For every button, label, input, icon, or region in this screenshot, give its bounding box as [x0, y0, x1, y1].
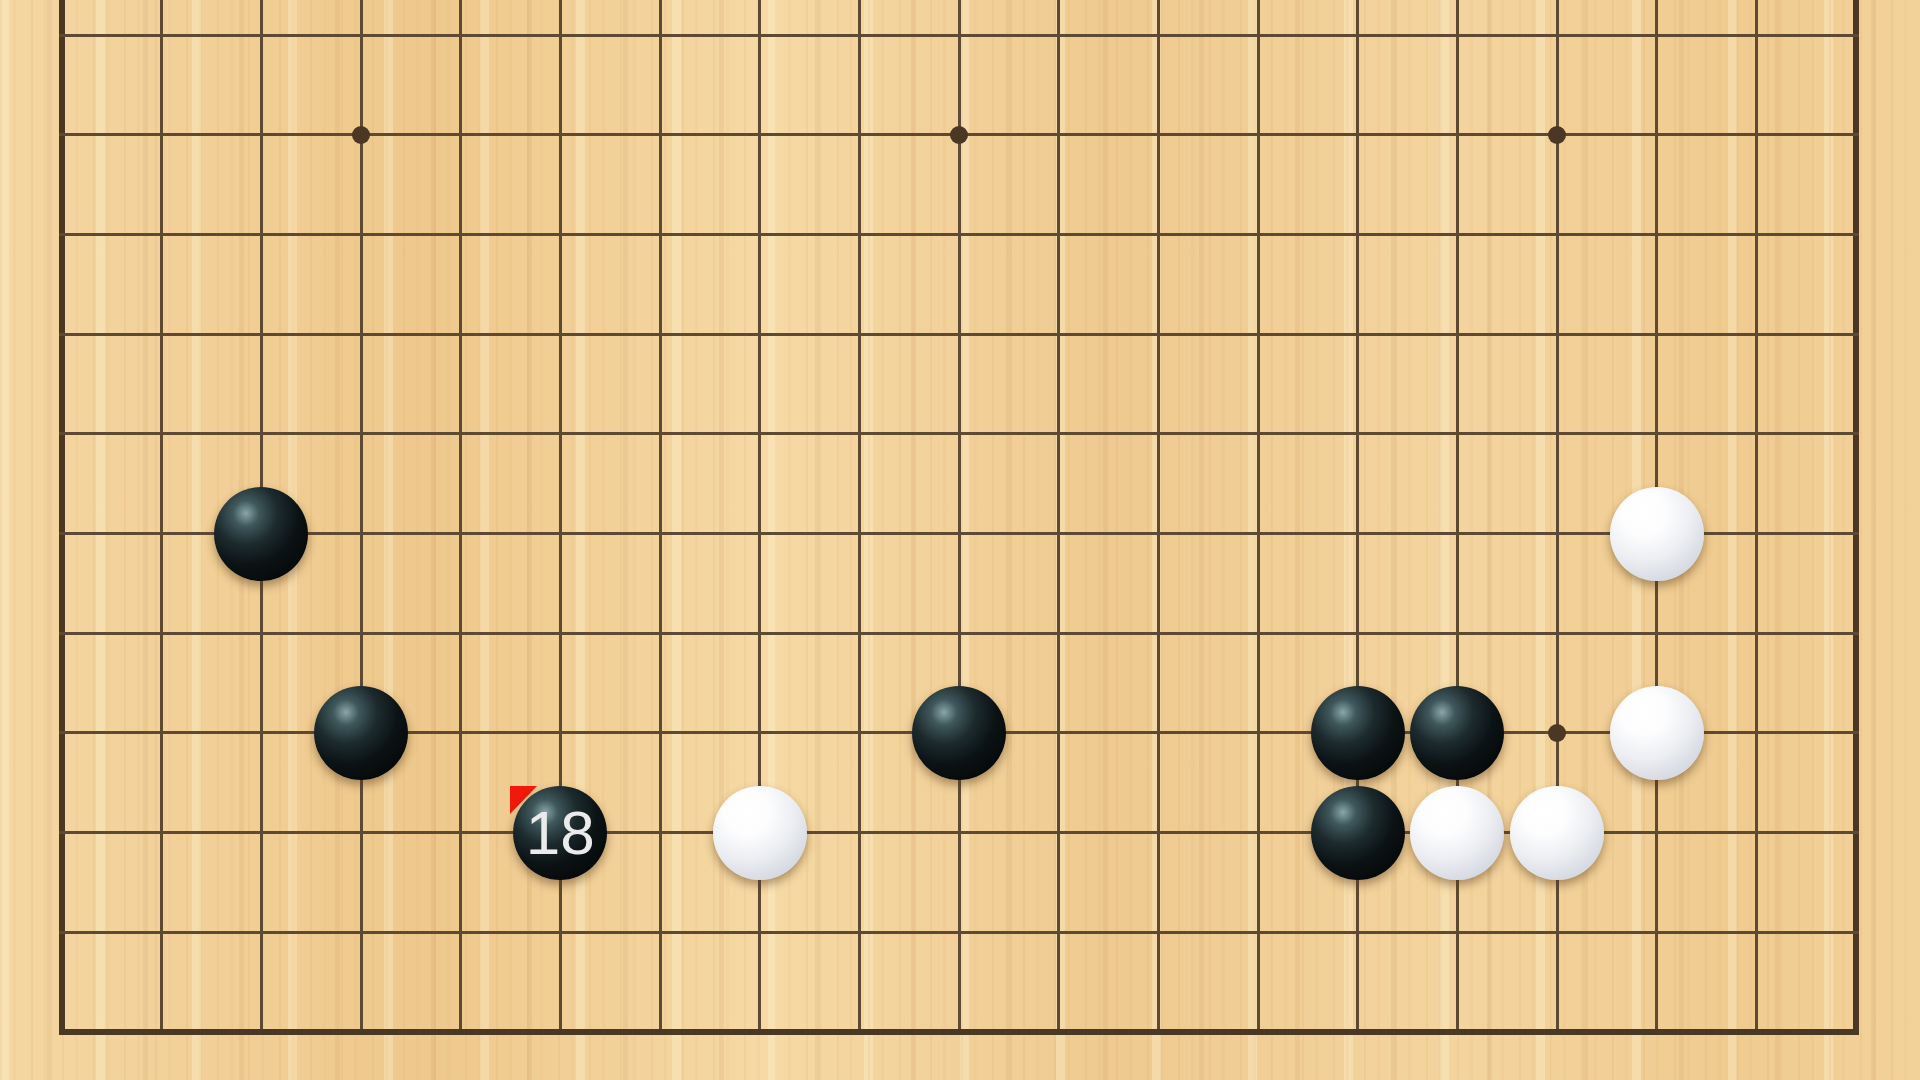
stone-black-D4 [314, 686, 408, 780]
stone-black-O4 [1311, 686, 1405, 780]
go-board[interactable]: 18 [0, 0, 1920, 1080]
move-number-label: 18 [526, 802, 595, 864]
stone-black-F3: 18 [513, 786, 607, 880]
stone-white-H3 [713, 786, 807, 880]
stone-white-Q3 [1510, 786, 1604, 880]
stone-black-K4 [912, 686, 1006, 780]
stone-layer: 18 [0, 0, 1920, 1080]
stone-white-P3 [1410, 786, 1504, 880]
stone-black-O3 [1311, 786, 1405, 880]
stone-white-R4 [1610, 686, 1704, 780]
stone-black-C6 [214, 487, 308, 581]
stone-black-P4 [1410, 686, 1504, 780]
stone-white-R6 [1610, 487, 1704, 581]
